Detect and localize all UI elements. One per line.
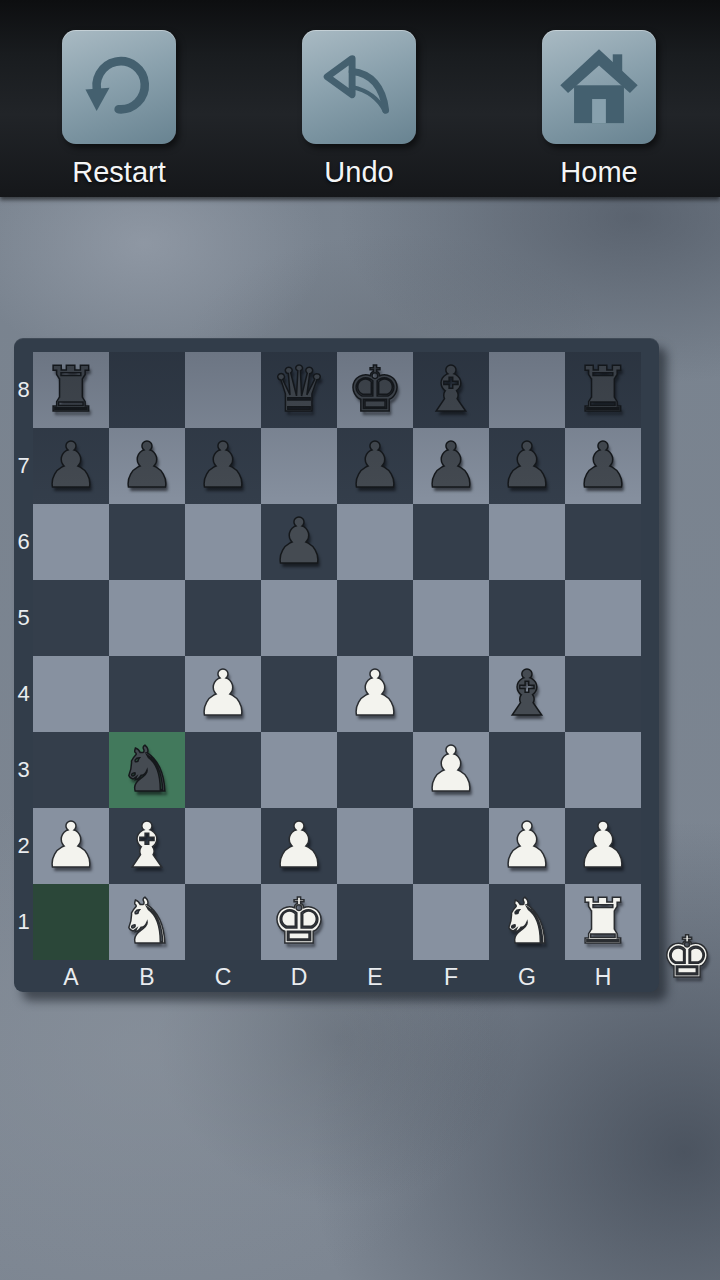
square-c2[interactable] (185, 808, 261, 884)
square-e3[interactable] (337, 732, 413, 808)
square-a5[interactable] (33, 580, 109, 656)
square-f6[interactable] (413, 504, 489, 580)
side-to-move-indicator: ♚ (655, 922, 719, 992)
square-b4[interactable] (109, 656, 185, 732)
square-b8[interactable] (109, 352, 185, 428)
piece-black-rook: ♜ (565, 352, 641, 428)
square-a1[interactable] (33, 884, 109, 960)
home-button[interactable]: Home (542, 30, 656, 188)
piece-black-pawn: ♟ (33, 428, 109, 504)
home-button-label: Home (542, 156, 656, 188)
top-toolbar: Restart Undo Home (0, 0, 720, 197)
square-h1[interactable]: ♜ (565, 884, 641, 960)
square-f7[interactable]: ♟ (413, 428, 489, 504)
piece-black-knight: ♞ (109, 732, 185, 808)
piece-black-pawn: ♟ (413, 428, 489, 504)
undo-arrow-icon (316, 44, 402, 130)
square-a7[interactable]: ♟ (33, 428, 109, 504)
square-d1[interactable]: ♚ (261, 884, 337, 960)
rank-label-6: 6 (14, 504, 33, 580)
square-b5[interactable] (109, 580, 185, 656)
square-e2[interactable] (337, 808, 413, 884)
piece-white-pawn: ♟ (337, 656, 413, 732)
piece-black-bishop: ♝ (489, 656, 565, 732)
file-label-c: C (185, 962, 261, 992)
file-label-f: F (413, 962, 489, 992)
square-e6[interactable] (337, 504, 413, 580)
undo-button[interactable]: Undo (302, 30, 416, 188)
piece-white-pawn: ♟ (489, 808, 565, 884)
square-d2[interactable]: ♟ (261, 808, 337, 884)
rank-label-3: 3 (14, 732, 33, 808)
square-g7[interactable]: ♟ (489, 428, 565, 504)
file-label-a: A (33, 962, 109, 992)
square-g5[interactable] (489, 580, 565, 656)
home-button-tile (542, 30, 656, 144)
file-label-d: D (261, 962, 337, 992)
square-c1[interactable] (185, 884, 261, 960)
piece-black-pawn: ♟ (489, 428, 565, 504)
rank-label-5: 5 (14, 580, 33, 656)
square-e4[interactable]: ♟ (337, 656, 413, 732)
square-d7[interactable] (261, 428, 337, 504)
piece-black-pawn: ♟ (185, 428, 261, 504)
piece-black-bishop: ♝ (413, 352, 489, 428)
square-c3[interactable] (185, 732, 261, 808)
square-g1[interactable]: ♞ (489, 884, 565, 960)
square-b1[interactable]: ♞ (109, 884, 185, 960)
piece-white-pawn: ♟ (413, 732, 489, 808)
piece-black-rook: ♜ (33, 352, 109, 428)
undo-button-label: Undo (302, 156, 416, 188)
square-b3[interactable]: ♞ (109, 732, 185, 808)
piece-black-pawn: ♟ (261, 504, 337, 580)
square-g2[interactable]: ♟ (489, 808, 565, 884)
square-c7[interactable]: ♟ (185, 428, 261, 504)
square-h3[interactable] (565, 732, 641, 808)
square-f1[interactable] (413, 884, 489, 960)
square-c4[interactable]: ♟ (185, 656, 261, 732)
piece-black-pawn: ♟ (337, 428, 413, 504)
chess-board-grid: ♜♛♚♝♜♟♟♟♟♟♟♟♟♟♟♝♞♟♟♝♟♟♟♞♚♞♜ (33, 352, 641, 960)
square-e7[interactable]: ♟ (337, 428, 413, 504)
piece-white-pawn: ♟ (261, 808, 337, 884)
square-c5[interactable] (185, 580, 261, 656)
home-house-icon (556, 44, 642, 130)
white-king-turn-icon: ♚ (661, 923, 713, 991)
square-h8[interactable]: ♜ (565, 352, 641, 428)
square-h2[interactable]: ♟ (565, 808, 641, 884)
square-e1[interactable] (337, 884, 413, 960)
rank-label-1: 1 (14, 884, 33, 960)
piece-white-king: ♚ (261, 884, 337, 960)
square-f4[interactable] (413, 656, 489, 732)
file-label-b: B (109, 962, 185, 992)
piece-white-pawn: ♟ (565, 808, 641, 884)
undo-button-tile (302, 30, 416, 144)
square-d4[interactable] (261, 656, 337, 732)
square-h5[interactable] (565, 580, 641, 656)
piece-white-knight: ♞ (109, 884, 185, 960)
square-h7[interactable]: ♟ (565, 428, 641, 504)
file-label-e: E (337, 962, 413, 992)
square-g8[interactable] (489, 352, 565, 428)
piece-black-pawn: ♟ (109, 428, 185, 504)
square-a3[interactable] (33, 732, 109, 808)
square-d6[interactable]: ♟ (261, 504, 337, 580)
square-a2[interactable]: ♟ (33, 808, 109, 884)
square-d8[interactable]: ♛ (261, 352, 337, 428)
file-label-h: H (565, 962, 641, 992)
square-f2[interactable] (413, 808, 489, 884)
piece-white-pawn: ♟ (185, 656, 261, 732)
square-c8[interactable] (185, 352, 261, 428)
piece-black-pawn: ♟ (565, 428, 641, 504)
restart-circular-arrow-icon (76, 44, 162, 130)
square-h6[interactable] (565, 504, 641, 580)
piece-black-queen: ♛ (261, 352, 337, 428)
square-b7[interactable]: ♟ (109, 428, 185, 504)
square-a4[interactable] (33, 656, 109, 732)
square-e5[interactable] (337, 580, 413, 656)
rank-label-7: 7 (14, 428, 33, 504)
square-f8[interactable]: ♝ (413, 352, 489, 428)
restart-button-label: Restart (62, 156, 176, 188)
chess-board: ♜♛♚♝♜♟♟♟♟♟♟♟♟♟♟♝♞♟♟♝♟♟♟♞♚♞♜ 87654321 ABC… (14, 338, 659, 992)
piece-white-bishop: ♝ (109, 808, 185, 884)
square-e8[interactable]: ♚ (337, 352, 413, 428)
square-g3[interactable] (489, 732, 565, 808)
square-a6[interactable] (33, 504, 109, 580)
piece-white-knight: ♞ (489, 884, 565, 960)
square-h4[interactable] (565, 656, 641, 732)
square-b6[interactable] (109, 504, 185, 580)
square-b2[interactable]: ♝ (109, 808, 185, 884)
piece-white-pawn: ♟ (33, 808, 109, 884)
square-g6[interactable] (489, 504, 565, 580)
piece-black-king: ♚ (337, 352, 413, 428)
square-d5[interactable] (261, 580, 337, 656)
rank-label-8: 8 (14, 352, 33, 428)
square-d3[interactable] (261, 732, 337, 808)
square-g4[interactable]: ♝ (489, 656, 565, 732)
square-a8[interactable]: ♜ (33, 352, 109, 428)
square-c6[interactable] (185, 504, 261, 580)
restart-button[interactable]: Restart (62, 30, 176, 188)
rank-label-2: 2 (14, 808, 33, 884)
restart-button-tile (62, 30, 176, 144)
file-label-g: G (489, 962, 565, 992)
square-f5[interactable] (413, 580, 489, 656)
square-f3[interactable]: ♟ (413, 732, 489, 808)
piece-white-rook: ♜ (565, 884, 641, 960)
rank-label-4: 4 (14, 656, 33, 732)
